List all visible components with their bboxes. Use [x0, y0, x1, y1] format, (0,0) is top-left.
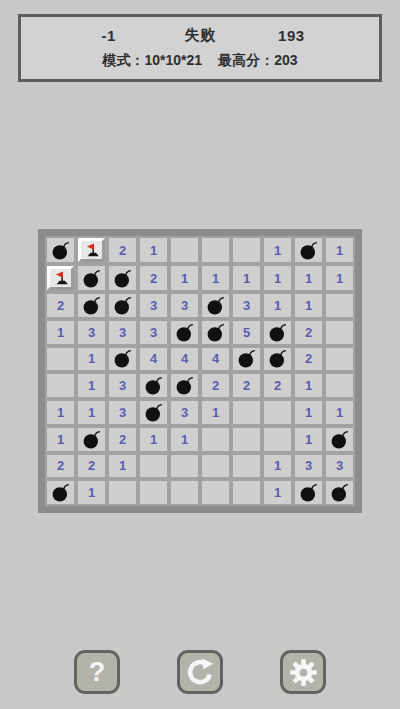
cell-number: 1 — [305, 378, 312, 393]
cell-r8c10[interactable] — [326, 428, 353, 451]
cell-number: 1 — [119, 458, 126, 473]
cell-r1c5[interactable] — [171, 238, 198, 262]
cell-r9c5[interactable] — [171, 455, 198, 478]
mine-icon — [205, 322, 226, 343]
cell-r7c8[interactable] — [264, 401, 291, 424]
cell-number: 3 — [181, 405, 188, 420]
cell-r6c8[interactable]: 2 — [264, 374, 291, 397]
cell-number: 2 — [150, 271, 157, 286]
cell-r2c6[interactable]: 1 — [202, 266, 229, 290]
cell-r5c8[interactable] — [264, 348, 291, 371]
cell-number: 3 — [119, 378, 126, 393]
cell-r10c6[interactable] — [202, 481, 229, 504]
mine-icon — [174, 375, 195, 396]
cell-r2c5[interactable]: 1 — [171, 266, 198, 290]
cell-number: 3 — [150, 298, 157, 313]
cell-number: 3 — [150, 325, 157, 340]
minesweeper-app: { "game": { "name": "minesweeper", "grid… — [0, 0, 400, 709]
cell-r5c6[interactable]: 4 — [202, 348, 229, 371]
cell-r9c3[interactable]: 1 — [109, 455, 136, 478]
cell-number: 4 — [181, 351, 188, 366]
cell-number: 1 — [305, 298, 312, 313]
cell-r10c3[interactable] — [109, 481, 136, 504]
mode-text: 模式：10*10*21 — [103, 52, 203, 70]
mine-icon — [143, 375, 164, 396]
score-value: 193 — [246, 27, 337, 44]
cell-r10c10[interactable] — [326, 481, 353, 504]
cell-r9c9[interactable]: 3 — [295, 455, 322, 478]
cell-number: 1 — [150, 432, 157, 447]
mine-icon — [112, 295, 133, 316]
cell-number: 3 — [336, 458, 343, 473]
gear-icon — [288, 657, 319, 688]
mine-icon — [112, 268, 133, 289]
cell-number: 1 — [274, 458, 281, 473]
cell-r8c7[interactable] — [233, 428, 260, 451]
cell-r4c8[interactable] — [264, 321, 291, 344]
cell-r2c4[interactable]: 2 — [140, 266, 167, 290]
cell-r9c6[interactable] — [202, 455, 229, 478]
cell-r1c4[interactable]: 1 — [140, 238, 167, 262]
cell-number: 1 — [274, 298, 281, 313]
cell-r10c4[interactable] — [140, 481, 167, 504]
cell-number: 3 — [119, 325, 126, 340]
help-button[interactable]: ? — [74, 650, 120, 694]
cell-number: 5 — [243, 325, 250, 340]
cell-number: 1 — [181, 271, 188, 286]
cell-r5c10[interactable] — [326, 348, 353, 371]
cell-r7c7[interactable] — [233, 401, 260, 424]
cell-r6c1[interactable] — [47, 374, 74, 397]
cell-r10c7[interactable] — [233, 481, 260, 504]
cell-number: 2 — [212, 378, 219, 393]
score-panel: -1 失败 193 模式：10*10*21 最高分：203 — [18, 14, 382, 82]
cell-r8c3[interactable]: 2 — [109, 428, 136, 451]
cell-number: 2 — [305, 325, 312, 340]
mine-icon — [81, 429, 102, 450]
cell-r4c4[interactable]: 3 — [140, 321, 167, 344]
cell-r8c8[interactable] — [264, 428, 291, 451]
cell-number: 1 — [150, 243, 157, 258]
cell-number: 1 — [57, 432, 64, 447]
cell-number: 4 — [150, 351, 157, 366]
cell-r1c3[interactable]: 2 — [109, 238, 136, 262]
settings-button[interactable] — [280, 650, 326, 694]
cell-r1c8[interactable]: 1 — [264, 238, 291, 262]
cell-number: 3 — [181, 298, 188, 313]
cell-number: 3 — [305, 458, 312, 473]
cell-r9c7[interactable] — [233, 455, 260, 478]
cell-r6c9[interactable]: 1 — [295, 374, 322, 397]
cell-number: 1 — [57, 405, 64, 420]
cell-r3c8[interactable]: 1 — [264, 294, 291, 317]
cell-r6c2[interactable]: 1 — [78, 374, 105, 397]
cell-r10c5[interactable] — [171, 481, 198, 504]
cell-r7c10[interactable]: 1 — [326, 401, 353, 424]
cell-number: 3 — [88, 325, 95, 340]
cell-number: 1 — [336, 243, 343, 258]
cell-r2c8[interactable]: 1 — [264, 266, 291, 290]
mode-row: 模式：10*10*21 最高分：203 — [21, 52, 379, 70]
cell-r5c5[interactable]: 4 — [171, 348, 198, 371]
cell-r3c3[interactable] — [109, 294, 136, 317]
question-mark-icon: ? — [89, 659, 106, 686]
cell-number: 1 — [57, 325, 64, 340]
cell-r8c9[interactable]: 1 — [295, 428, 322, 451]
mine-icon — [174, 322, 195, 343]
cell-r1c6[interactable] — [202, 238, 229, 262]
cell-r6c10[interactable] — [326, 374, 353, 397]
cell-r6c4[interactable] — [140, 374, 167, 397]
cell-r2c9[interactable]: 1 — [295, 266, 322, 290]
cell-number: 1 — [305, 405, 312, 420]
cell-r4c1[interactable]: 1 — [47, 321, 74, 344]
cell-r7c9[interactable]: 1 — [295, 401, 322, 424]
mine-icon — [143, 402, 164, 423]
cell-r9c4[interactable] — [140, 455, 167, 478]
cell-r5c1[interactable] — [47, 348, 74, 371]
cell-r3c2[interactable] — [78, 294, 105, 317]
cell-number: 1 — [243, 271, 250, 286]
minesweeper-board: 2111211111123331113335214442132221113311… — [38, 229, 362, 513]
cell-r8c2[interactable] — [78, 428, 105, 451]
cell-r4c9[interactable]: 2 — [295, 321, 322, 344]
cell-r4c2[interactable]: 3 — [78, 321, 105, 344]
cell-r9c10[interactable]: 3 — [326, 455, 353, 478]
mine-icon — [236, 348, 257, 369]
cell-number: 1 — [88, 378, 95, 393]
cell-r2c3[interactable] — [109, 266, 136, 290]
cell-r3c4[interactable]: 3 — [140, 294, 167, 317]
mine-icon — [205, 295, 226, 316]
cell-number: 1 — [274, 243, 281, 258]
cell-r8c1[interactable]: 1 — [47, 428, 74, 451]
cell-r4c5[interactable] — [171, 321, 198, 344]
cell-r3c10[interactable] — [326, 294, 353, 317]
mine-icon — [81, 268, 102, 289]
cell-r6c6[interactable]: 2 — [202, 374, 229, 397]
cell-number: 2 — [57, 458, 64, 473]
cell-number: 1 — [88, 351, 95, 366]
cell-r8c6[interactable] — [202, 428, 229, 451]
mine-icon — [50, 482, 71, 503]
flag-icon — [52, 269, 70, 287]
cell-r2c10[interactable]: 1 — [326, 266, 353, 290]
cell-r7c3[interactable]: 3 — [109, 401, 136, 424]
cell-r7c2[interactable]: 1 — [78, 401, 105, 424]
cell-r2c2[interactable] — [78, 266, 105, 290]
cell-number: 1 — [336, 405, 343, 420]
cell-r4c7[interactable]: 5 — [233, 321, 260, 344]
cell-r9c8[interactable]: 1 — [264, 455, 291, 478]
cell-number: 2 — [274, 378, 281, 393]
cell-r1c10[interactable]: 1 — [326, 238, 353, 262]
cell-r1c2[interactable] — [78, 238, 105, 262]
cell-number: 2 — [119, 432, 126, 447]
score-row: -1 失败 193 — [21, 26, 379, 45]
cell-number: 1 — [212, 405, 219, 420]
cell-number: 3 — [119, 405, 126, 420]
mine-icon — [298, 482, 319, 503]
flag-icon — [83, 241, 101, 259]
cell-r5c3[interactable] — [109, 348, 136, 371]
cell-number: 2 — [57, 298, 64, 313]
cell-r9c1[interactable]: 2 — [47, 455, 74, 478]
cell-r10c2[interactable]: 1 — [78, 481, 105, 504]
cell-number: 3 — [243, 298, 250, 313]
cell-number: 1 — [212, 271, 219, 286]
cell-r9c2[interactable]: 2 — [78, 455, 105, 478]
cell-number: 2 — [305, 351, 312, 366]
cell-r4c3[interactable]: 3 — [109, 321, 136, 344]
mine-icon — [298, 240, 319, 261]
cell-r8c4[interactable]: 1 — [140, 428, 167, 451]
cell-number: 1 — [181, 432, 188, 447]
cell-number: 1 — [88, 485, 95, 500]
cell-r6c7[interactable]: 2 — [233, 374, 260, 397]
mine-icon — [50, 240, 71, 261]
cell-number: 4 — [212, 351, 219, 366]
cell-r6c5[interactable] — [171, 374, 198, 397]
best-score-text: 最高分：203 — [218, 52, 297, 70]
cell-r5c7[interactable] — [233, 348, 260, 371]
cell-number: 2 — [119, 243, 126, 258]
cell-r7c5[interactable]: 3 — [171, 401, 198, 424]
cell-r7c1[interactable]: 1 — [47, 401, 74, 424]
cell-number: 2 — [88, 458, 95, 473]
cell-r2c1[interactable] — [47, 266, 74, 290]
cell-r3c9[interactable]: 1 — [295, 294, 322, 317]
cell-number: 1 — [336, 271, 343, 286]
score-delta: -1 — [63, 27, 154, 44]
refresh-icon — [185, 657, 215, 687]
mine-icon — [329, 482, 350, 503]
cell-r3c6[interactable] — [202, 294, 229, 317]
cell-number: 1 — [305, 432, 312, 447]
cell-r1c1[interactable] — [47, 238, 74, 262]
cell-r7c6[interactable]: 1 — [202, 401, 229, 424]
cell-r3c5[interactable]: 3 — [171, 294, 198, 317]
cell-r3c1[interactable]: 2 — [47, 294, 74, 317]
cell-r4c6[interactable] — [202, 321, 229, 344]
cell-r10c8[interactable]: 1 — [264, 481, 291, 504]
cell-r5c9[interactable]: 2 — [295, 348, 322, 371]
cell-number: 2 — [243, 378, 250, 393]
cell-r1c9[interactable] — [295, 238, 322, 262]
cell-r7c4[interactable] — [140, 401, 167, 424]
mine-icon — [267, 348, 288, 369]
cell-number: 1 — [305, 271, 312, 286]
cell-r2c7[interactable]: 1 — [233, 266, 260, 290]
cell-r4c10[interactable] — [326, 321, 353, 344]
mine-icon — [329, 429, 350, 450]
game-status: 失败 — [154, 26, 245, 45]
toolbar: ? — [0, 650, 400, 694]
mine-icon — [112, 348, 133, 369]
cell-r5c2[interactable]: 1 — [78, 348, 105, 371]
mine-icon — [267, 322, 288, 343]
cell-r5c4[interactable]: 4 — [140, 348, 167, 371]
cell-r8c5[interactable]: 1 — [171, 428, 198, 451]
mine-icon — [81, 295, 102, 316]
cell-r10c9[interactable] — [295, 481, 322, 504]
cell-number: 1 — [274, 485, 281, 500]
cell-r3c7[interactable]: 3 — [233, 294, 260, 317]
cell-number: 1 — [88, 405, 95, 420]
restart-button[interactable] — [177, 650, 223, 694]
cell-number: 1 — [274, 271, 281, 286]
cell-r1c7[interactable] — [233, 238, 260, 262]
cell-r10c1[interactable] — [47, 481, 74, 504]
cell-r6c3[interactable]: 3 — [109, 374, 136, 397]
